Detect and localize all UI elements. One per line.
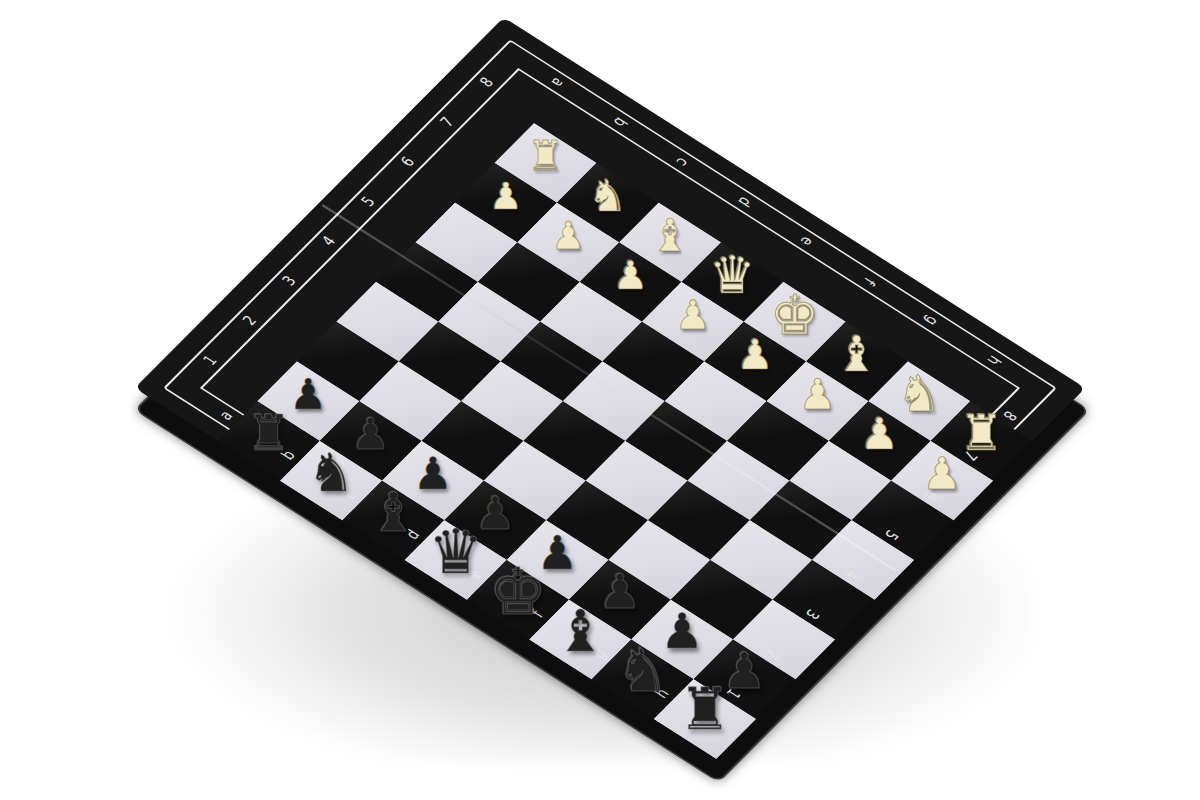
square-h1[interactable]: ♜: [654, 679, 756, 758]
white-pawn-a7[interactable]: ♟: [476, 166, 537, 227]
square-h7[interactable]: ♟: [891, 441, 993, 520]
white-pawn-b7[interactable]: ♟: [537, 204, 599, 266]
white-pawn-c7[interactable]: ♟: [598, 243, 662, 307]
white-pawn-d7[interactable]: ♟: [660, 282, 726, 348]
white-pawn-f7[interactable]: ♟: [783, 359, 852, 428]
black-rook-h1[interactable]: ♜: [663, 668, 746, 751]
product-photo-stage: 87654321 87654321 abcdefgh abcdefgh ♜♞♝♛…: [0, 0, 1200, 800]
white-pawn-e7[interactable]: ♟: [721, 320, 789, 388]
white-pawn-h7[interactable]: ♟: [906, 436, 979, 509]
